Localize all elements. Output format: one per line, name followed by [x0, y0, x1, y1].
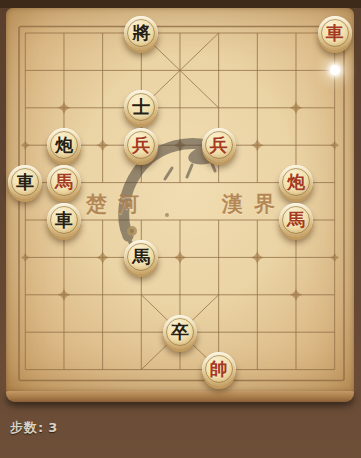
piece-red-chariot[interactable]: 車	[318, 16, 352, 50]
piece-glyph: 車	[326, 24, 344, 42]
piece-glyph: 炮	[55, 136, 73, 154]
piece-glyph: 炮	[287, 173, 305, 191]
game-screen: 楚河 漢界 將車士炮兵兵車馬炮車馬馬卒帥 步数:3	[0, 0, 361, 458]
piece-red-soldier[interactable]: 兵	[202, 128, 236, 162]
piece-red-horse[interactable]: 馬	[47, 165, 81, 199]
piece-glyph: 車	[55, 211, 73, 229]
board-bottom-edge	[6, 391, 354, 402]
move-counter: 步数:3	[10, 419, 58, 437]
piece-glyph: 車	[16, 173, 34, 191]
piece-layer: 將車士炮兵兵車馬炮車馬馬卒帥	[6, 14, 354, 388]
piece-black-chariot[interactable]: 車	[8, 165, 42, 199]
top-bar	[0, 0, 361, 8]
piece-black-cannon[interactable]: 炮	[47, 128, 81, 162]
piece-glyph: 將	[132, 24, 150, 42]
piece-glyph: 士	[132, 98, 150, 116]
xiangqi-board[interactable]: 楚河 漢界 將車士炮兵兵車馬炮車馬馬卒帥	[6, 8, 354, 393]
piece-black-chariot[interactable]: 車	[47, 203, 81, 237]
move-counter-label: 步数:	[10, 420, 44, 435]
piece-glyph: 兵	[132, 136, 150, 154]
piece-glyph: 馬	[287, 211, 305, 229]
piece-red-horse[interactable]: 馬	[279, 203, 313, 237]
piece-black-general[interactable]: 將	[124, 16, 158, 50]
piece-glyph: 馬	[55, 173, 73, 191]
piece-red-soldier[interactable]: 兵	[124, 128, 158, 162]
piece-black-horse[interactable]: 馬	[124, 240, 158, 274]
piece-glyph: 馬	[132, 248, 150, 266]
piece-black-soldier[interactable]: 卒	[163, 315, 197, 349]
piece-red-general[interactable]: 帥	[202, 352, 236, 386]
move-counter-value: 3	[48, 420, 58, 435]
piece-red-cannon[interactable]: 炮	[279, 165, 313, 199]
piece-black-advisor[interactable]: 士	[124, 90, 158, 124]
piece-glyph: 卒	[171, 323, 189, 341]
last-move-marker	[330, 65, 340, 75]
piece-glyph: 帥	[210, 360, 228, 378]
piece-glyph: 兵	[210, 136, 228, 154]
